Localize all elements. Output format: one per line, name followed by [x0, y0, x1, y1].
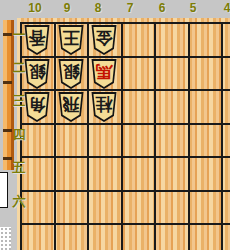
- piece-kanji: 金: [91, 28, 117, 48]
- file-label-8: 8: [95, 1, 102, 15]
- grid-line-horizontal: [20, 190, 230, 192]
- shogi-piece-lance[interactable]: 香: [24, 25, 50, 55]
- grid-line-horizontal: [20, 89, 230, 91]
- shogi-piece-knight[interactable]: 桂: [91, 92, 117, 122]
- piece-kanji: 王: [58, 28, 84, 48]
- shogi-piece-promoted-bishop[interactable]: 馬: [91, 59, 117, 89]
- piece-kanji: 銀: [58, 62, 84, 82]
- grid-line-horizontal: [20, 123, 230, 125]
- piece-kanji: 角: [24, 95, 50, 115]
- file-label-9: 9: [64, 1, 71, 15]
- shogi-piece-king[interactable]: 王: [58, 25, 84, 55]
- background-board-line: [3, 81, 12, 84]
- file-label-10: 10: [28, 1, 41, 15]
- piece-kanji: 桂: [91, 95, 117, 115]
- piece-kanji: 銀: [24, 62, 50, 82]
- rank-label-5: 五: [11, 159, 27, 177]
- shogi-piece-gold-general[interactable]: 金: [91, 25, 117, 55]
- clipped-background-piece: [0, 172, 8, 208]
- file-label-4: 4: [224, 1, 230, 15]
- file-label-6: 6: [159, 1, 166, 15]
- dithered-background-region: [0, 227, 11, 250]
- grid-line-horizontal: [20, 56, 230, 58]
- rank-label-6: 六: [11, 193, 27, 211]
- shogi-piece-bishop[interactable]: 角: [24, 92, 50, 122]
- shogi-app-window: 10987654 一二三四五六 香王金銀銀馬角飛桂: [0, 0, 230, 250]
- rank-label-4: 四: [11, 126, 27, 144]
- shogi-piece-silver-general[interactable]: 銀: [24, 59, 50, 89]
- grid-line-horizontal: [20, 223, 230, 225]
- piece-kanji: 飛: [58, 95, 84, 115]
- file-label-5: 5: [190, 1, 197, 15]
- shogi-piece-silver-general[interactable]: 銀: [58, 59, 84, 89]
- piece-kanji: 香: [24, 28, 50, 48]
- shogi-piece-rook[interactable]: 飛: [58, 92, 84, 122]
- grid-line-horizontal: [20, 22, 230, 24]
- grid-line-horizontal: [20, 156, 230, 158]
- piece-kanji: 馬: [91, 62, 117, 82]
- file-label-7: 7: [127, 1, 134, 15]
